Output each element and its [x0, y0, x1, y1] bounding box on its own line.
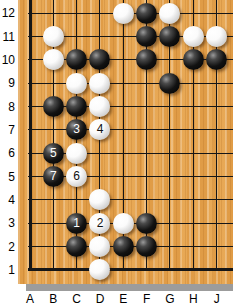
row-label-8: 8	[0, 100, 15, 114]
grid-line-col-A	[29, 0, 32, 271]
stone-white-H11[interactable]	[183, 26, 204, 47]
go-diagram: 121110987654321ABCDEFGHJ3457612	[0, 0, 233, 308]
col-label-D: D	[92, 292, 108, 306]
row-label-4: 4	[0, 193, 15, 207]
grid-line-row-7	[28, 129, 233, 130]
grid-line-row-4	[28, 199, 233, 200]
move-number-6: 6	[73, 166, 80, 187]
move-number-2: 2	[97, 213, 104, 234]
stone-white-C9[interactable]	[66, 73, 87, 94]
row-label-3: 3	[0, 216, 15, 230]
row-label-12: 12	[0, 6, 15, 20]
row-label-9: 9	[0, 76, 15, 90]
col-label-E: E	[115, 292, 131, 306]
stone-white-E3[interactable]	[113, 213, 134, 234]
col-label-J: J	[209, 292, 225, 306]
move-number-7: 7	[50, 166, 57, 187]
stone-black-E2[interactable]	[113, 236, 134, 257]
board-shadow	[26, 284, 233, 291]
stone-black-F12[interactable]	[136, 3, 157, 24]
move-number-5: 5	[50, 143, 57, 164]
col-label-G: G	[162, 292, 178, 306]
stone-white-B11[interactable]	[43, 26, 64, 47]
stone-black-B8[interactable]	[43, 96, 64, 117]
row-label-2: 2	[0, 240, 15, 254]
col-label-F: F	[139, 292, 155, 306]
stone-white-E12[interactable]	[113, 3, 134, 24]
col-label-A: A	[22, 292, 38, 306]
row-label-6: 6	[0, 146, 15, 160]
row-label-7: 7	[0, 123, 15, 137]
row-label-1: 1	[0, 263, 15, 277]
col-label-C: C	[69, 292, 85, 306]
stone-black-B5[interactable]: 7	[43, 166, 64, 187]
stone-black-C3[interactable]: 1	[66, 213, 87, 234]
col-label-B: B	[45, 292, 61, 306]
grid-line-row-9	[28, 83, 233, 84]
move-number-1: 1	[73, 213, 80, 234]
row-label-11: 11	[0, 30, 15, 44]
row-label-5: 5	[0, 170, 15, 184]
move-number-4: 4	[97, 119, 104, 140]
row-label-10: 10	[0, 53, 15, 67]
grid-line-row-1	[28, 268, 233, 271]
stone-black-B6[interactable]: 5	[43, 143, 64, 164]
move-number-3: 3	[73, 119, 80, 140]
stone-black-F3[interactable]	[136, 213, 157, 234]
col-label-H: H	[185, 292, 201, 306]
stone-white-C6[interactable]	[66, 143, 87, 164]
